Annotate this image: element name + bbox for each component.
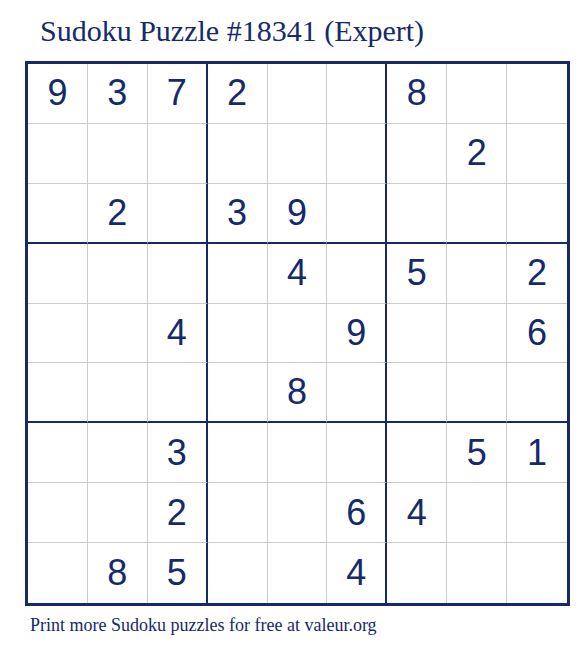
cell-r4c3[interactable] (148, 244, 208, 304)
cell-r3c6[interactable] (327, 184, 387, 244)
cell-r4c9[interactable]: 2 (507, 244, 567, 304)
cell-r7c2[interactable] (88, 423, 148, 483)
cell-r3c8[interactable] (447, 184, 507, 244)
cell-r2c9[interactable] (507, 124, 567, 184)
cell-r9c6[interactable]: 4 (327, 543, 387, 603)
cell-r5c7[interactable] (387, 304, 447, 364)
cell-r8c2[interactable] (88, 483, 148, 543)
cell-r8c4[interactable] (208, 483, 268, 543)
cell-r3c5[interactable]: 9 (268, 184, 328, 244)
cell-r2c3[interactable] (148, 124, 208, 184)
cell-r3c4[interactable]: 3 (208, 184, 268, 244)
cell-r4c5[interactable]: 4 (268, 244, 328, 304)
cell-r5c8[interactable] (447, 304, 507, 364)
cell-r8c8[interactable] (447, 483, 507, 543)
cell-r8c5[interactable] (268, 483, 328, 543)
cell-r4c4[interactable] (208, 244, 268, 304)
cell-r2c4[interactable] (208, 124, 268, 184)
cell-r7c1[interactable] (28, 423, 88, 483)
cell-r7c4[interactable] (208, 423, 268, 483)
cell-r5c3[interactable]: 4 (148, 304, 208, 364)
cell-r6c1[interactable] (28, 363, 88, 423)
cell-r6c4[interactable] (208, 363, 268, 423)
cell-r2c2[interactable] (88, 124, 148, 184)
cell-r6c2[interactable] (88, 363, 148, 423)
cell-r1c7[interactable]: 8 (387, 64, 447, 124)
cell-r7c6[interactable] (327, 423, 387, 483)
cell-r1c9[interactable] (507, 64, 567, 124)
cell-r5c4[interactable] (208, 304, 268, 364)
cell-r1c3[interactable]: 7 (148, 64, 208, 124)
cell-r6c6[interactable] (327, 363, 387, 423)
page: Sudoku Puzzle #18341 (Expert) 9372822394… (0, 0, 580, 651)
cell-r5c2[interactable] (88, 304, 148, 364)
cell-r2c6[interactable] (327, 124, 387, 184)
cell-r8c6[interactable]: 6 (327, 483, 387, 543)
cell-r1c4[interactable]: 2 (208, 64, 268, 124)
cell-r2c1[interactable] (28, 124, 88, 184)
cell-r2c7[interactable] (387, 124, 447, 184)
cell-r9c3[interactable]: 5 (148, 543, 208, 603)
sudoku-board: 9372822394524968351264854 (25, 61, 570, 606)
cell-r9c4[interactable] (208, 543, 268, 603)
cell-r9c9[interactable] (507, 543, 567, 603)
cell-r7c5[interactable] (268, 423, 328, 483)
cell-r6c7[interactable] (387, 363, 447, 423)
cell-r3c1[interactable] (28, 184, 88, 244)
cell-r7c7[interactable] (387, 423, 447, 483)
cell-r4c8[interactable] (447, 244, 507, 304)
cell-r8c7[interactable]: 4 (387, 483, 447, 543)
cell-r8c1[interactable] (28, 483, 88, 543)
cell-r1c1[interactable]: 9 (28, 64, 88, 124)
cell-r3c2[interactable]: 2 (88, 184, 148, 244)
cell-r4c1[interactable] (28, 244, 88, 304)
cell-r1c2[interactable]: 3 (88, 64, 148, 124)
cell-r8c9[interactable] (507, 483, 567, 543)
cell-r5c5[interactable] (268, 304, 328, 364)
cell-r7c3[interactable]: 3 (148, 423, 208, 483)
cell-r6c3[interactable] (148, 363, 208, 423)
cell-r3c3[interactable] (148, 184, 208, 244)
cell-r5c6[interactable]: 9 (327, 304, 387, 364)
cell-r1c8[interactable] (447, 64, 507, 124)
cell-r5c9[interactable]: 6 (507, 304, 567, 364)
cell-r1c5[interactable] (268, 64, 328, 124)
cell-r9c1[interactable] (28, 543, 88, 603)
cell-r9c7[interactable] (387, 543, 447, 603)
cell-r4c7[interactable]: 5 (387, 244, 447, 304)
cell-r9c8[interactable] (447, 543, 507, 603)
cell-r6c9[interactable] (507, 363, 567, 423)
cell-r4c6[interactable] (327, 244, 387, 304)
cell-r7c9[interactable]: 1 (507, 423, 567, 483)
cell-r3c7[interactable] (387, 184, 447, 244)
cell-r6c5[interactable]: 8 (268, 363, 328, 423)
cell-r8c3[interactable]: 2 (148, 483, 208, 543)
cell-r9c5[interactable] (268, 543, 328, 603)
cell-r3c9[interactable] (507, 184, 567, 244)
cell-r4c2[interactable] (88, 244, 148, 304)
cell-r7c8[interactable]: 5 (447, 423, 507, 483)
cell-r2c8[interactable]: 2 (447, 124, 507, 184)
cell-r6c8[interactable] (447, 363, 507, 423)
cell-r9c2[interactable]: 8 (88, 543, 148, 603)
puzzle-title: Sudoku Puzzle #18341 (Expert) (40, 14, 424, 48)
cell-r5c1[interactable] (28, 304, 88, 364)
footer-text: Print more Sudoku puzzles for free at va… (30, 615, 377, 636)
cell-r1c6[interactable] (327, 64, 387, 124)
cell-r2c5[interactable] (268, 124, 328, 184)
